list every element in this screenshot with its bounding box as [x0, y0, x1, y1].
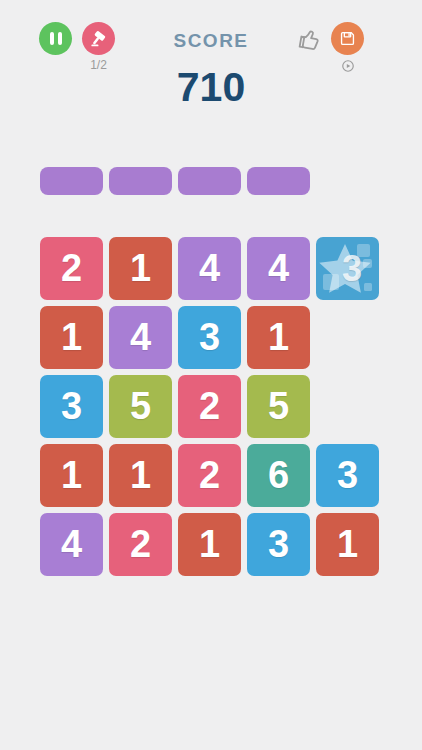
tile-1[interactable]: 1 — [316, 513, 379, 576]
queue-bar — [40, 167, 103, 195]
replay-icon[interactable] — [341, 59, 355, 73]
tile-3[interactable]: 3 — [247, 513, 310, 576]
tile-4[interactable]: 4 — [40, 513, 103, 576]
thumbs-up-icon[interactable] — [297, 26, 324, 53]
tile-3[interactable]: 3 — [316, 444, 379, 507]
tile-4[interactable]: 4 — [178, 237, 241, 300]
save-icon — [338, 29, 357, 48]
tile-1[interactable]: 1 — [109, 237, 172, 300]
game-screen: 1/2 SCORE 710 21443143135251126342131 — [0, 0, 422, 750]
tile-3[interactable]: 3 — [40, 375, 103, 438]
tile-4[interactable]: 4 — [247, 237, 310, 300]
tile-2[interactable]: 2 — [109, 513, 172, 576]
star-tile[interactable]: 3 — [316, 237, 379, 300]
svg-text:3: 3 — [342, 248, 362, 289]
score-value: 710 — [0, 64, 422, 111]
tile-2[interactable]: 2 — [178, 375, 241, 438]
tile-2[interactable]: 2 — [40, 237, 103, 300]
tile-5[interactable]: 5 — [109, 375, 172, 438]
save-button[interactable] — [331, 22, 364, 55]
empty-cell — [316, 375, 379, 438]
queue-bar — [109, 167, 172, 195]
tile-6[interactable]: 6 — [247, 444, 310, 507]
tile-1[interactable]: 1 — [40, 306, 103, 369]
tile-1[interactable]: 1 — [109, 444, 172, 507]
tile-1[interactable]: 1 — [40, 444, 103, 507]
queue-bar — [247, 167, 310, 195]
tile-2[interactable]: 2 — [178, 444, 241, 507]
game-board: 21443143135251126342131 — [40, 237, 379, 576]
incoming-tile-queue — [40, 167, 310, 195]
tile-1[interactable]: 1 — [247, 306, 310, 369]
tile-3[interactable]: 3 — [178, 306, 241, 369]
tile-4[interactable]: 4 — [109, 306, 172, 369]
tile-5[interactable]: 5 — [247, 375, 310, 438]
tile-1[interactable]: 1 — [178, 513, 241, 576]
queue-bar — [178, 167, 241, 195]
empty-cell — [316, 306, 379, 369]
